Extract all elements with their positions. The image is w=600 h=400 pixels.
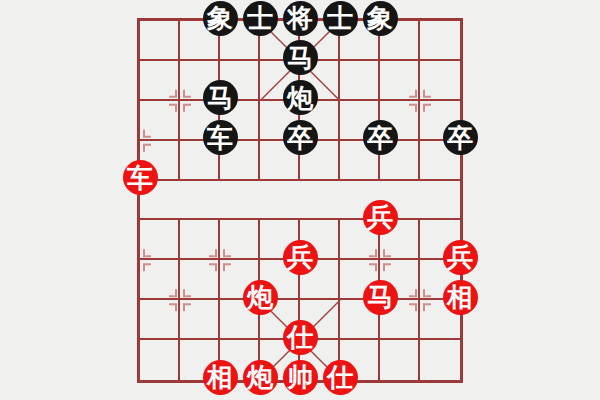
piece-red-chariot[interactable]: 车 [123, 160, 158, 195]
piece-red-elephant[interactable]: 相 [203, 360, 238, 395]
piece-black-advisor[interactable]: 士 [323, 1, 358, 36]
piece-black-soldier[interactable]: 卒 [283, 120, 318, 155]
piece-red-cannon[interactable]: 炮 [243, 280, 278, 315]
piece-red-soldier[interactable]: 兵 [283, 240, 318, 275]
piece-red-elephant[interactable]: 相 [443, 280, 478, 315]
piece-black-advisor[interactable]: 士 [243, 1, 278, 36]
xiangqi-screenshot: 象士将士象马马炮车卒卒卒车兵兵兵炮马相仕相炮帅仕 [0, 0, 600, 400]
piece-red-soldier[interactable]: 兵 [443, 240, 478, 275]
piece-black-chariot[interactable]: 车 [203, 120, 238, 155]
piece-black-horse[interactable]: 马 [283, 40, 318, 75]
piece-black-soldier[interactable]: 卒 [443, 120, 478, 155]
piece-black-elephant[interactable]: 象 [203, 1, 238, 36]
piece-black-soldier[interactable]: 卒 [363, 120, 398, 155]
piece-black-horse[interactable]: 马 [203, 80, 238, 115]
piece-red-general[interactable]: 帅 [283, 360, 318, 395]
piece-black-cannon[interactable]: 炮 [283, 80, 318, 115]
piece-black-general[interactable]: 将 [283, 1, 318, 36]
piece-red-cannon[interactable]: 炮 [243, 360, 278, 395]
piece-red-advisor[interactable]: 仕 [283, 320, 318, 355]
piece-red-soldier[interactable]: 兵 [363, 200, 398, 235]
piece-black-elephant[interactable]: 象 [363, 1, 398, 36]
piece-red-advisor[interactable]: 仕 [323, 360, 358, 395]
piece-red-horse[interactable]: 马 [363, 280, 398, 315]
pieces-layer: 象士将士象马马炮车卒卒卒车兵兵兵炮马相仕相炮帅仕 [0, 0, 600, 400]
